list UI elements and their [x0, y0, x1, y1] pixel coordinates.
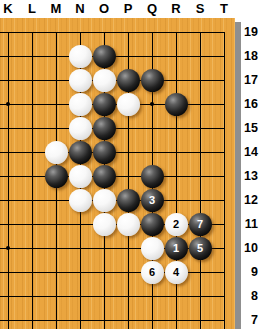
- intersection-K11[interactable]: [0, 212, 20, 236]
- intersection-R11[interactable]: 2: [164, 212, 188, 236]
- intersection-O12[interactable]: [92, 188, 116, 212]
- intersection-M9[interactable]: [44, 260, 68, 284]
- intersection-P12[interactable]: [116, 188, 140, 212]
- intersection-P19[interactable]: [116, 20, 140, 44]
- intersection-O18[interactable]: [92, 44, 116, 68]
- row-label-19: 19: [238, 24, 258, 40]
- intersection-N14[interactable]: [68, 140, 92, 164]
- intersection-R19[interactable]: [164, 20, 188, 44]
- intersection-L18[interactable]: [20, 44, 44, 68]
- intersection-P11[interactable]: [116, 212, 140, 236]
- star-point-K16: [6, 102, 10, 106]
- intersection-M8[interactable]: [44, 284, 68, 308]
- stone-black-O15: [93, 117, 116, 140]
- go-board[interactable]: 3271564: [0, 18, 235, 329]
- intersection-O16[interactable]: [92, 92, 116, 116]
- intersection-R15[interactable]: [164, 116, 188, 140]
- intersection-N19[interactable]: [68, 20, 92, 44]
- intersection-K14[interactable]: [0, 140, 20, 164]
- intersection-Q13[interactable]: [140, 164, 164, 188]
- intersection-S17[interactable]: [188, 68, 212, 92]
- intersection-M18[interactable]: [44, 44, 68, 68]
- intersection-Q10[interactable]: [140, 236, 164, 260]
- intersection-O10[interactable]: [92, 236, 116, 260]
- intersection-P15[interactable]: [116, 116, 140, 140]
- intersection-S7[interactable]: [188, 308, 212, 329]
- stone-white-N13: [69, 165, 92, 188]
- intersection-T19[interactable]: [212, 20, 236, 44]
- stone-black-R10-move-1: 1: [165, 237, 188, 260]
- intersection-N8[interactable]: [68, 284, 92, 308]
- star-point-K10: [6, 246, 10, 250]
- intersection-R7[interactable]: [164, 308, 188, 329]
- intersection-S11[interactable]: 7: [188, 212, 212, 236]
- stone-white-N15: [69, 117, 92, 140]
- stone-white-Q9-move-6: 6: [141, 261, 164, 284]
- intersection-K7[interactable]: [0, 308, 20, 329]
- intersection-Q12[interactable]: 3: [140, 188, 164, 212]
- col-label-N: N: [68, 1, 92, 17]
- intersection-Q14[interactable]: [140, 140, 164, 164]
- intersection-L13[interactable]: [20, 164, 44, 188]
- intersection-Q17[interactable]: [140, 68, 164, 92]
- intersection-K9[interactable]: [0, 260, 20, 284]
- intersection-K12[interactable]: [0, 188, 20, 212]
- intersection-R13[interactable]: [164, 164, 188, 188]
- intersection-T14[interactable]: [212, 140, 236, 164]
- intersection-P7[interactable]: [116, 308, 140, 329]
- stone-black-Q13: [141, 165, 164, 188]
- intersection-K19[interactable]: [0, 20, 20, 44]
- intersection-P9[interactable]: [116, 260, 140, 284]
- intersection-L17[interactable]: [20, 68, 44, 92]
- intersection-O9[interactable]: [92, 260, 116, 284]
- intersection-S18[interactable]: [188, 44, 212, 68]
- row-label-16: 16: [238, 96, 258, 112]
- intersection-Q19[interactable]: [140, 20, 164, 44]
- intersection-L19[interactable]: [20, 20, 44, 44]
- intersection-M19[interactable]: [44, 20, 68, 44]
- intersection-L14[interactable]: [20, 140, 44, 164]
- row-label-10: 10: [238, 240, 258, 256]
- intersection-K8[interactable]: [0, 284, 20, 308]
- stone-black-O18: [93, 45, 116, 68]
- stone-black-O14: [93, 141, 116, 164]
- intersection-N17[interactable]: [68, 68, 92, 92]
- intersection-Q18[interactable]: [140, 44, 164, 68]
- intersection-M10[interactable]: [44, 236, 68, 260]
- intersection-T13[interactable]: [212, 164, 236, 188]
- intersection-S15[interactable]: [188, 116, 212, 140]
- intersection-L12[interactable]: [20, 188, 44, 212]
- row-label-18: 18: [238, 48, 258, 64]
- intersection-M14[interactable]: [44, 140, 68, 164]
- intersection-O19[interactable]: [92, 20, 116, 44]
- stone-white-P16: [117, 93, 140, 116]
- intersection-R8[interactable]: [164, 284, 188, 308]
- stone-black-R16: [165, 93, 188, 116]
- row-label-17: 17: [238, 72, 258, 88]
- col-label-Q: Q: [140, 1, 164, 17]
- intersection-M15[interactable]: [44, 116, 68, 140]
- intersection-P10[interactable]: [116, 236, 140, 260]
- intersection-M16[interactable]: [44, 92, 68, 116]
- stone-white-O12: [93, 189, 116, 212]
- col-label-O: O: [92, 1, 116, 17]
- intersection-T17[interactable]: [212, 68, 236, 92]
- intersection-L16[interactable]: [20, 92, 44, 116]
- star-point-Q16: [150, 102, 154, 106]
- stone-black-S11-move-7: 7: [189, 213, 212, 236]
- stone-white-O17: [93, 69, 116, 92]
- intersection-P16[interactable]: [116, 92, 140, 116]
- intersection-K15[interactable]: [0, 116, 20, 140]
- intersection-P14[interactable]: [116, 140, 140, 164]
- intersection-L11[interactable]: [20, 212, 44, 236]
- intersection-M13[interactable]: [44, 164, 68, 188]
- intersection-R18[interactable]: [164, 44, 188, 68]
- intersection-Q7[interactable]: [140, 308, 164, 329]
- intersection-S9[interactable]: [188, 260, 212, 284]
- intersection-R17[interactable]: [164, 68, 188, 92]
- intersection-S16[interactable]: [188, 92, 212, 116]
- intersection-M17[interactable]: [44, 68, 68, 92]
- intersection-L15[interactable]: [20, 116, 44, 140]
- intersection-Q8[interactable]: [140, 284, 164, 308]
- intersection-L8[interactable]: [20, 284, 44, 308]
- intersection-K13[interactable]: [0, 164, 20, 188]
- col-label-P: P: [116, 1, 140, 17]
- go-board-grid[interactable]: 3271564: [0, 20, 236, 329]
- intersection-R12[interactable]: [164, 188, 188, 212]
- row-label-12: 12: [238, 192, 258, 208]
- intersection-S12[interactable]: [188, 188, 212, 212]
- stone-black-O13: [93, 165, 116, 188]
- intersection-K17[interactable]: [0, 68, 20, 92]
- intersection-R16[interactable]: [164, 92, 188, 116]
- intersection-T11[interactable]: [212, 212, 236, 236]
- col-label-K: K: [0, 1, 20, 17]
- intersection-P18[interactable]: [116, 44, 140, 68]
- intersection-S10[interactable]: 5: [188, 236, 212, 260]
- stone-white-R9-move-4: 4: [165, 261, 188, 284]
- stone-black-N14: [69, 141, 92, 164]
- stone-white-Q10: [141, 237, 164, 260]
- stone-black-Q11: [141, 213, 164, 236]
- intersection-T7[interactable]: [212, 308, 236, 329]
- intersection-N18[interactable]: [68, 44, 92, 68]
- stone-black-P12: [117, 189, 140, 212]
- intersection-O8[interactable]: [92, 284, 116, 308]
- intersection-S19[interactable]: [188, 20, 212, 44]
- intersection-M11[interactable]: [44, 212, 68, 236]
- intersection-Q9[interactable]: 6: [140, 260, 164, 284]
- row-label-8: 8: [238, 288, 258, 304]
- stone-white-M14: [45, 141, 68, 164]
- intersection-Q16[interactable]: [140, 92, 164, 116]
- col-label-R: R: [164, 1, 188, 17]
- intersection-T15[interactable]: [212, 116, 236, 140]
- stone-white-N16: [69, 93, 92, 116]
- intersection-R14[interactable]: [164, 140, 188, 164]
- stone-white-O11: [93, 213, 116, 236]
- intersection-N7[interactable]: [68, 308, 92, 329]
- intersection-Q15[interactable]: [140, 116, 164, 140]
- intersection-T16[interactable]: [212, 92, 236, 116]
- col-label-L: L: [20, 1, 44, 17]
- stone-white-N12: [69, 189, 92, 212]
- intersection-P13[interactable]: [116, 164, 140, 188]
- stone-white-P11: [117, 213, 140, 236]
- intersection-O17[interactable]: [92, 68, 116, 92]
- stone-white-R11-move-2: 2: [165, 213, 188, 236]
- intersection-R9[interactable]: 4: [164, 260, 188, 284]
- intersection-O15[interactable]: [92, 116, 116, 140]
- stone-black-S10-move-5: 5: [189, 237, 212, 260]
- intersection-O13[interactable]: [92, 164, 116, 188]
- intersection-N9[interactable]: [68, 260, 92, 284]
- intersection-O11[interactable]: [92, 212, 116, 236]
- intersection-K10[interactable]: [0, 236, 20, 260]
- stone-white-N18: [69, 45, 92, 68]
- intersection-L7[interactable]: [20, 308, 44, 329]
- col-label-M: M: [44, 1, 68, 17]
- intersection-T18[interactable]: [212, 44, 236, 68]
- stone-black-Q12-move-3: 3: [141, 189, 164, 212]
- stone-white-N17: [69, 69, 92, 92]
- intersection-M7[interactable]: [44, 308, 68, 329]
- intersection-N12[interactable]: [68, 188, 92, 212]
- stone-black-P17: [117, 69, 140, 92]
- intersection-N16[interactable]: [68, 92, 92, 116]
- row-label-9: 9: [238, 264, 258, 280]
- row-label-13: 13: [238, 168, 258, 184]
- intersection-S8[interactable]: [188, 284, 212, 308]
- col-label-S: S: [188, 1, 212, 17]
- stone-black-M13: [45, 165, 68, 188]
- intersection-Q11[interactable]: [140, 212, 164, 236]
- intersection-T12[interactable]: [212, 188, 236, 212]
- intersection-M12[interactable]: [44, 188, 68, 212]
- stone-black-Q17: [141, 69, 164, 92]
- intersection-T8[interactable]: [212, 284, 236, 308]
- stone-black-O16: [93, 93, 116, 116]
- intersection-O7[interactable]: [92, 308, 116, 329]
- intersection-K16[interactable]: [0, 92, 20, 116]
- intersection-P17[interactable]: [116, 68, 140, 92]
- intersection-N11[interactable]: [68, 212, 92, 236]
- intersection-N15[interactable]: [68, 116, 92, 140]
- intersection-T10[interactable]: [212, 236, 236, 260]
- intersection-S13[interactable]: [188, 164, 212, 188]
- intersection-N10[interactable]: [68, 236, 92, 260]
- intersection-S14[interactable]: [188, 140, 212, 164]
- intersection-L10[interactable]: [20, 236, 44, 260]
- row-label-15: 15: [238, 120, 258, 136]
- intersection-L9[interactable]: [20, 260, 44, 284]
- intersection-N13[interactable]: [68, 164, 92, 188]
- row-label-7: 7: [238, 312, 258, 328]
- intersection-O14[interactable]: [92, 140, 116, 164]
- intersection-P8[interactable]: [116, 284, 140, 308]
- intersection-R10[interactable]: 1: [164, 236, 188, 260]
- go-diagram: KLMNOPQRST 3271564 191817161514131211109…: [0, 0, 260, 329]
- col-label-T: T: [212, 1, 236, 17]
- intersection-T9[interactable]: [212, 260, 236, 284]
- row-label-14: 14: [238, 144, 258, 160]
- intersection-K18[interactable]: [0, 44, 20, 68]
- row-label-11: 11: [238, 216, 258, 232]
